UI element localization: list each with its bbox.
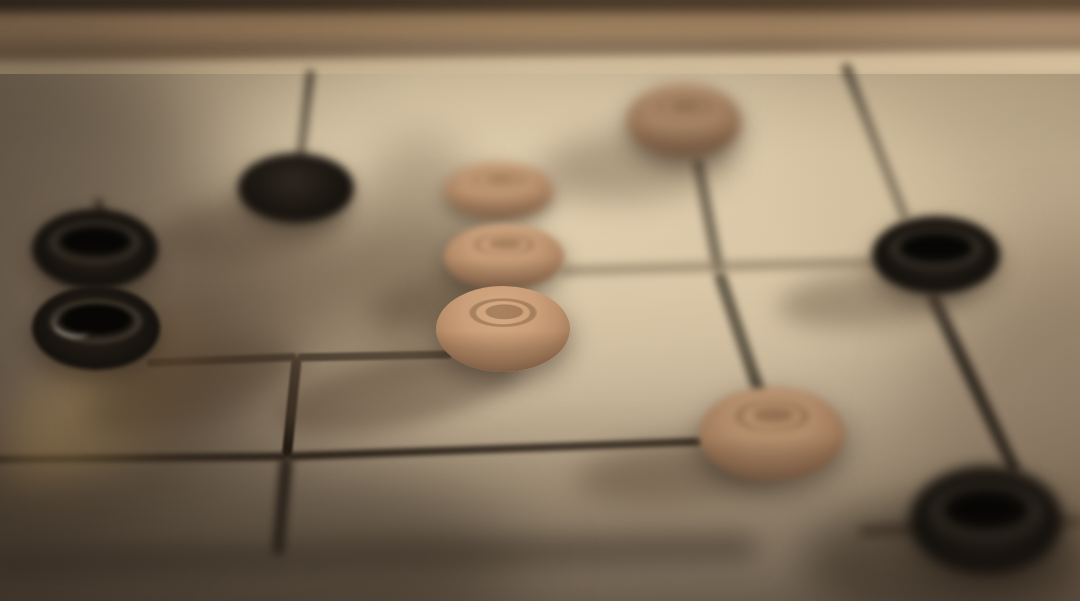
piece-black-g1[interactable] [910,466,1062,574]
piece-white-e4[interactable] [444,224,564,290]
nine-mens-morris-board-photo [0,0,1080,601]
piece-black-c3[interactable] [32,286,160,370]
piece-black-c4[interactable] [32,209,158,289]
piece-white-f6[interactable] [627,84,741,158]
piece-white-e5[interactable] [445,162,553,220]
piece-black-d5[interactable] [238,153,354,223]
piece-white-f2[interactable] [699,387,845,481]
piece-white-e3[interactable] [436,286,570,372]
piece-black-g4[interactable] [872,216,1000,294]
